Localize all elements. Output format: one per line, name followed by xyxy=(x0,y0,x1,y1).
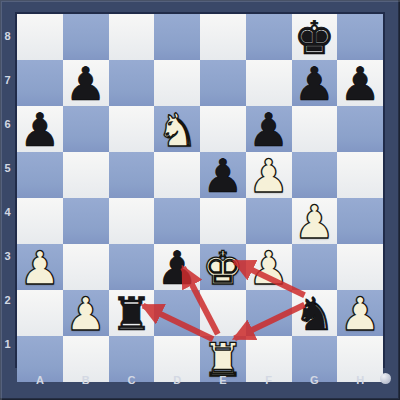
square-f2[interactable] xyxy=(246,290,292,336)
file-label-d: D xyxy=(154,368,200,392)
file-label-a: A xyxy=(17,368,63,392)
square-f6[interactable]: ♟ xyxy=(246,106,292,152)
square-a5[interactable] xyxy=(17,152,63,198)
square-e2[interactable] xyxy=(200,290,246,336)
square-b2[interactable]: ♟ xyxy=(63,290,109,336)
square-h5[interactable] xyxy=(337,152,383,198)
square-h2[interactable]: ♟ xyxy=(337,290,383,336)
piece-white-pawn[interactable]: ♟ xyxy=(65,291,106,337)
square-a2[interactable] xyxy=(17,290,63,336)
piece-white-pawn[interactable]: ♟ xyxy=(19,245,60,291)
file-label-b: B xyxy=(63,368,109,392)
piece-black-pawn[interactable]: ♟ xyxy=(19,107,60,153)
piece-white-knight[interactable]: ♞ xyxy=(157,107,198,153)
piece-white-pawn[interactable]: ♟ xyxy=(248,153,289,199)
square-c5[interactable] xyxy=(109,152,155,198)
piece-black-pawn[interactable]: ♟ xyxy=(248,107,289,153)
piece-black-king[interactable]: ♚ xyxy=(294,15,335,61)
square-c6[interactable] xyxy=(109,106,155,152)
piece-white-pawn[interactable]: ♟ xyxy=(248,245,289,291)
square-e3[interactable]: ♚ xyxy=(200,244,246,290)
square-h4[interactable] xyxy=(337,198,383,244)
piece-black-rook[interactable]: ♜ xyxy=(111,291,152,337)
file-label-e: E xyxy=(200,368,246,392)
square-d4[interactable] xyxy=(154,198,200,244)
rank-label-4: 4 xyxy=(0,190,15,234)
piece-black-pawn[interactable]: ♟ xyxy=(294,61,335,107)
file-label-h: H xyxy=(337,368,383,392)
rank-label-2: 2 xyxy=(0,278,15,322)
rank-label-1: 1 xyxy=(0,322,15,366)
piece-black-pawn[interactable]: ♟ xyxy=(202,153,243,199)
square-f5[interactable]: ♟ xyxy=(246,152,292,198)
square-a3[interactable]: ♟ xyxy=(17,244,63,290)
square-g5[interactable] xyxy=(292,152,338,198)
square-b3[interactable] xyxy=(63,244,109,290)
square-a7[interactable] xyxy=(17,60,63,106)
square-e8[interactable] xyxy=(200,14,246,60)
square-c2[interactable]: ♜ xyxy=(109,290,155,336)
piece-black-pawn[interactable]: ♟ xyxy=(340,61,381,107)
piece-black-pawn[interactable]: ♟ xyxy=(65,61,106,107)
square-f7[interactable] xyxy=(246,60,292,106)
square-e6[interactable] xyxy=(200,106,246,152)
file-label-f: F xyxy=(246,368,292,392)
square-h3[interactable] xyxy=(337,244,383,290)
chess-board-widget: 87654321 ♚♟♟♟♟♞♟♟♟♟♟♟♚♟♟♜♞♟♜ ABCDEFGH xyxy=(0,0,400,400)
square-d5[interactable] xyxy=(154,152,200,198)
piece-white-king[interactable]: ♚ xyxy=(202,245,243,291)
file-label-g: G xyxy=(292,368,338,392)
square-b5[interactable] xyxy=(63,152,109,198)
rank-labels: 87654321 xyxy=(0,14,15,366)
square-b7[interactable]: ♟ xyxy=(63,60,109,106)
square-e7[interactable] xyxy=(200,60,246,106)
file-label-c: C xyxy=(109,368,155,392)
square-d6[interactable]: ♞ xyxy=(154,106,200,152)
square-c8[interactable] xyxy=(109,14,155,60)
board-grid: ♚♟♟♟♟♞♟♟♟♟♟♟♚♟♟♜♞♟♜ xyxy=(15,12,385,368)
square-g3[interactable] xyxy=(292,244,338,290)
square-g6[interactable] xyxy=(292,106,338,152)
square-h7[interactable]: ♟ xyxy=(337,60,383,106)
square-a6[interactable]: ♟ xyxy=(17,106,63,152)
square-g4[interactable]: ♟ xyxy=(292,198,338,244)
square-e4[interactable] xyxy=(200,198,246,244)
square-f8[interactable] xyxy=(246,14,292,60)
file-labels: ABCDEFGH xyxy=(17,368,383,392)
square-g2[interactable]: ♞ xyxy=(292,290,338,336)
square-c4[interactable] xyxy=(109,198,155,244)
square-b6[interactable] xyxy=(63,106,109,152)
square-c3[interactable] xyxy=(109,244,155,290)
piece-white-pawn[interactable]: ♟ xyxy=(340,291,381,337)
rank-label-8: 8 xyxy=(0,14,15,58)
rank-label-5: 5 xyxy=(0,146,15,190)
piece-black-pawn[interactable]: ♟ xyxy=(157,245,198,291)
square-b8[interactable] xyxy=(63,14,109,60)
square-d8[interactable] xyxy=(154,14,200,60)
square-e5[interactable]: ♟ xyxy=(200,152,246,198)
square-g8[interactable]: ♚ xyxy=(292,14,338,60)
square-h6[interactable] xyxy=(337,106,383,152)
square-f4[interactable] xyxy=(246,198,292,244)
square-c7[interactable] xyxy=(109,60,155,106)
rank-label-3: 3 xyxy=(0,234,15,278)
piece-white-pawn[interactable]: ♟ xyxy=(294,199,335,245)
square-a8[interactable] xyxy=(17,14,63,60)
square-d2[interactable] xyxy=(154,290,200,336)
square-f3[interactable]: ♟ xyxy=(246,244,292,290)
piece-black-knight[interactable]: ♞ xyxy=(294,291,335,337)
square-h8[interactable] xyxy=(337,14,383,60)
square-g7[interactable]: ♟ xyxy=(292,60,338,106)
square-d7[interactable] xyxy=(154,60,200,106)
square-b4[interactable] xyxy=(63,198,109,244)
square-d3[interactable]: ♟ xyxy=(154,244,200,290)
corner-dot xyxy=(380,373,391,384)
rank-label-7: 7 xyxy=(0,58,15,102)
square-a4[interactable] xyxy=(17,198,63,244)
rank-label-6: 6 xyxy=(0,102,15,146)
